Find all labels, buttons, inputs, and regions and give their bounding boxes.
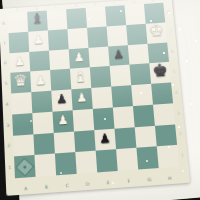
diamond-logo — [15, 157, 34, 176]
square-e4[interactable] — [91, 87, 113, 109]
file-label: F — [118, 176, 139, 187]
rank-label: 4 — [3, 94, 11, 115]
rank-label: 8 — [0, 13, 8, 33]
square-d5[interactable]: ♝ — [70, 68, 91, 90]
square-a5[interactable]: ♛ — [10, 72, 31, 94]
board-grid: ♝♟♚♟♟♟♛♟♝♚♟♟♟♟ — [8, 3, 180, 179]
square-c6[interactable] — [49, 49, 70, 71]
square-b5[interactable]: ♟ — [30, 70, 51, 92]
piece-black-pawn[interactable]: ♟ — [113, 48, 125, 60]
piece-white-pawn[interactable]: ♟ — [76, 91, 88, 104]
square-d6[interactable]: ♟ — [69, 47, 90, 69]
square-e3[interactable] — [93, 107, 115, 129]
square-d4[interactable]: ♟ — [71, 88, 92, 110]
square-b7[interactable]: ♟ — [28, 30, 49, 51]
square-f2[interactable] — [114, 127, 136, 150]
square-g5[interactable] — [129, 63, 151, 85]
square-d8[interactable] — [66, 8, 87, 29]
square-d2[interactable] — [74, 130, 96, 153]
square-c8[interactable] — [47, 9, 68, 30]
square-a2[interactable] — [13, 134, 34, 157]
square-b1[interactable] — [34, 154, 56, 177]
piece-white-bishop[interactable]: ♝ — [73, 69, 87, 85]
square-a1[interactable] — [14, 155, 36, 178]
square-b3[interactable] — [32, 111, 53, 133]
square-c3[interactable]: ♟ — [52, 110, 73, 132]
square-b6[interactable] — [29, 50, 50, 72]
square-e2[interactable]: ♟ — [94, 128, 116, 151]
square-e8[interactable] — [86, 7, 107, 28]
photo-of-chess-board: ABCDEFGH 87654321 87654321 ♝♟♚♟♟♟♛♟♝♚♟♟♟… — [0, 0, 200, 200]
chess-board: ABCDEFGH 87654321 87654321 ♝♟♚♟♟♟♛♟♝♚♟♟♟… — [0, 0, 190, 196]
rank-label: 6 — [1, 53, 9, 74]
square-h2[interactable] — [155, 124, 177, 147]
square-f1[interactable] — [116, 148, 138, 171]
square-b2[interactable] — [33, 132, 55, 155]
piece-white-pawn[interactable]: ♟ — [57, 113, 69, 126]
square-d3[interactable] — [73, 109, 95, 131]
square-g2[interactable] — [135, 125, 157, 148]
file-label: E — [98, 177, 119, 188]
square-h5[interactable]: ♚ — [149, 62, 171, 84]
square-a8[interactable] — [8, 12, 29, 33]
piece-white-pawn[interactable]: ♟ — [33, 33, 44, 45]
piece-white-king[interactable]: ♚ — [148, 22, 164, 39]
square-f8[interactable] — [105, 5, 126, 26]
square-f6[interactable]: ♟ — [108, 45, 129, 66]
square-g1[interactable] — [136, 147, 158, 170]
rank-label: 7 — [1, 33, 9, 53]
file-label: C — [57, 180, 78, 191]
square-h1[interactable] — [157, 145, 179, 168]
piece-black-bishop[interactable]: ♝ — [30, 12, 44, 27]
rank-label: 1 — [6, 157, 14, 179]
file-label: D — [77, 179, 98, 190]
piece-black-king[interactable]: ♚ — [152, 62, 169, 80]
rank-label: 3 — [4, 114, 12, 136]
square-d1[interactable] — [75, 151, 97, 174]
square-c7[interactable] — [48, 29, 69, 50]
square-f5[interactable] — [110, 65, 132, 87]
square-e1[interactable] — [96, 149, 118, 172]
square-e7[interactable] — [87, 26, 108, 47]
square-a4[interactable] — [11, 92, 32, 114]
square-c5[interactable] — [50, 69, 71, 91]
square-a3[interactable] — [12, 113, 33, 135]
square-e5[interactable] — [90, 66, 111, 88]
file-label: B — [36, 182, 57, 193]
square-h3[interactable] — [153, 103, 175, 125]
piece-white-pawn[interactable]: ♟ — [14, 55, 25, 67]
piece-black-pawn[interactable]: ♟ — [56, 93, 68, 106]
piece-white-pawn[interactable]: ♟ — [73, 51, 84, 63]
square-b8[interactable]: ♝ — [27, 11, 48, 32]
square-g3[interactable] — [133, 104, 155, 126]
piece-black-pawn[interactable]: ♟ — [99, 132, 111, 145]
piece-white-pawn[interactable]: ♟ — [35, 73, 46, 86]
piece-white-queen[interactable]: ♛ — [13, 72, 28, 89]
rank-label: 5 — [2, 73, 10, 94]
square-f4[interactable] — [111, 85, 133, 107]
square-g4[interactable] — [131, 84, 153, 106]
square-d7[interactable] — [67, 28, 88, 49]
file-label: A — [15, 183, 36, 194]
square-h4[interactable] — [151, 82, 173, 104]
file-label: H — [159, 173, 180, 184]
square-c2[interactable] — [54, 131, 76, 154]
rank-label: 2 — [5, 135, 13, 157]
square-c1[interactable] — [55, 152, 77, 175]
file-label: G — [139, 174, 160, 185]
square-h7[interactable]: ♚ — [146, 22, 167, 43]
square-f3[interactable] — [113, 106, 135, 128]
square-g7[interactable] — [126, 24, 147, 45]
square-c4[interactable]: ♟ — [51, 89, 72, 111]
square-a7[interactable] — [9, 32, 30, 53]
square-e6[interactable] — [88, 46, 109, 67]
square-g8[interactable] — [124, 4, 145, 25]
square-g6[interactable] — [128, 43, 149, 64]
square-f7[interactable] — [107, 25, 128, 46]
square-b4[interactable] — [31, 91, 52, 113]
